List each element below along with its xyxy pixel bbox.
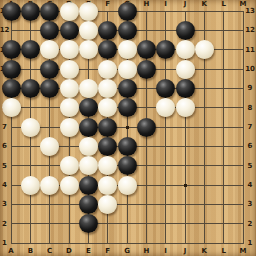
- white-stone: [79, 156, 98, 175]
- column-label-bottom: C: [47, 247, 52, 255]
- white-stone: [60, 176, 79, 195]
- black-stone: [176, 21, 195, 40]
- go-board[interactable]: AABBCCDDEEFFGGHHIIJJKKLLMM13131212111110…: [0, 0, 256, 256]
- black-stone: [137, 40, 156, 59]
- black-stone: [156, 79, 175, 98]
- column-label-bottom: E: [86, 247, 91, 255]
- grid-line-vertical: [223, 11, 224, 244]
- black-stone: [98, 40, 117, 59]
- black-stone: [137, 118, 156, 137]
- column-label-top: I: [164, 0, 167, 8]
- white-stone: [79, 137, 98, 156]
- column-label-bottom: J: [184, 247, 187, 255]
- black-stone: [79, 118, 98, 137]
- white-stone: [2, 98, 21, 117]
- white-stone: [60, 156, 79, 175]
- white-stone: [60, 40, 79, 59]
- column-label-top: K: [202, 0, 207, 8]
- white-stone: [195, 40, 214, 59]
- white-stone: [156, 98, 175, 117]
- white-stone: [98, 98, 117, 117]
- white-stone: [98, 156, 117, 175]
- row-label-right: 2: [248, 220, 253, 228]
- row-label-left: 7: [2, 123, 7, 131]
- black-stone: [118, 137, 137, 156]
- black-stone: [118, 2, 137, 21]
- black-stone: [2, 60, 21, 79]
- white-stone: [21, 118, 40, 137]
- black-stone: [79, 176, 98, 195]
- black-stone: [40, 21, 59, 40]
- black-stone: [98, 21, 117, 40]
- black-stone: [118, 79, 137, 98]
- column-label-bottom: G: [124, 247, 130, 255]
- star-point: [184, 184, 187, 187]
- black-stone: [118, 156, 137, 175]
- black-stone: [118, 98, 137, 117]
- row-label-left: 6: [2, 142, 7, 150]
- white-stone: [98, 195, 117, 214]
- white-stone: [40, 40, 59, 59]
- row-label-right: 5: [248, 162, 253, 170]
- white-stone: [21, 176, 40, 195]
- black-stone: [98, 137, 117, 156]
- black-stone: [2, 2, 21, 21]
- white-stone: [60, 2, 79, 21]
- row-label-right: 8: [248, 104, 253, 112]
- black-stone: [21, 2, 40, 21]
- row-label-left: 5: [2, 162, 7, 170]
- row-label-right: 7: [248, 123, 253, 131]
- column-label-bottom: K: [202, 247, 207, 255]
- white-stone: [118, 40, 137, 59]
- white-stone: [98, 176, 117, 195]
- row-label-right: 3: [248, 200, 253, 208]
- column-label-top: F: [105, 0, 110, 8]
- black-stone: [79, 214, 98, 233]
- black-stone: [2, 79, 21, 98]
- black-stone: [98, 118, 117, 137]
- black-stone: [21, 79, 40, 98]
- column-label-bottom: I: [164, 247, 167, 255]
- white-stone: [176, 60, 195, 79]
- black-stone: [79, 195, 98, 214]
- grid-line-horizontal: [11, 223, 244, 224]
- white-stone: [118, 60, 137, 79]
- row-label-right: 6: [248, 142, 253, 150]
- row-label-left: 2: [2, 220, 7, 228]
- white-stone: [98, 60, 117, 79]
- column-label-top: H: [143, 0, 149, 8]
- column-label-bottom: F: [105, 247, 110, 255]
- black-stone: [156, 40, 175, 59]
- row-label-right: 1: [248, 239, 253, 247]
- black-stone: [2, 40, 21, 59]
- row-label-right: 12: [245, 26, 255, 34]
- white-stone: [40, 137, 59, 156]
- column-label-bottom: H: [143, 247, 149, 255]
- grid-line-horizontal: [11, 243, 244, 244]
- black-stone: [21, 40, 40, 59]
- black-stone: [40, 2, 59, 21]
- grid-line-horizontal: [11, 204, 244, 205]
- black-stone: [176, 79, 195, 98]
- white-stone: [79, 79, 98, 98]
- column-label-bottom: L: [221, 247, 225, 255]
- white-stone: [98, 79, 117, 98]
- grid-line-vertical: [243, 11, 244, 244]
- column-label-top: J: [184, 0, 187, 8]
- white-stone: [79, 21, 98, 40]
- black-stone: [137, 60, 156, 79]
- white-stone: [79, 2, 98, 21]
- white-stone: [118, 176, 137, 195]
- black-stone: [60, 21, 79, 40]
- white-stone: [40, 176, 59, 195]
- black-stone: [118, 21, 137, 40]
- row-label-left: 1: [2, 239, 7, 247]
- white-stone: [60, 60, 79, 79]
- column-label-bottom: D: [66, 247, 72, 255]
- black-stone: [40, 60, 59, 79]
- row-label-right: 11: [245, 46, 255, 54]
- column-label-bottom: A: [8, 247, 13, 255]
- white-stone: [79, 40, 98, 59]
- black-stone: [79, 98, 98, 117]
- row-label-left: 12: [0, 26, 9, 34]
- column-label-bottom: M: [240, 247, 247, 255]
- black-stone: [40, 79, 59, 98]
- white-stone: [176, 40, 195, 59]
- white-stone: [60, 118, 79, 137]
- white-stone: [176, 98, 195, 117]
- row-label-left: 4: [2, 181, 7, 189]
- row-label-right: 10: [245, 65, 255, 73]
- row-label-right: 9: [248, 84, 253, 92]
- column-label-top: L: [221, 0, 225, 8]
- go-app: AABBCCDDEEFFGGHHIIJJKKLLMM13131212111110…: [0, 0, 256, 256]
- column-label-bottom: B: [28, 247, 33, 255]
- row-label-right: 13: [245, 7, 255, 15]
- row-label-right: 4: [248, 181, 253, 189]
- row-label-left: 3: [2, 200, 7, 208]
- white-stone: [60, 79, 79, 98]
- white-stone: [60, 98, 79, 117]
- star-point: [126, 126, 129, 129]
